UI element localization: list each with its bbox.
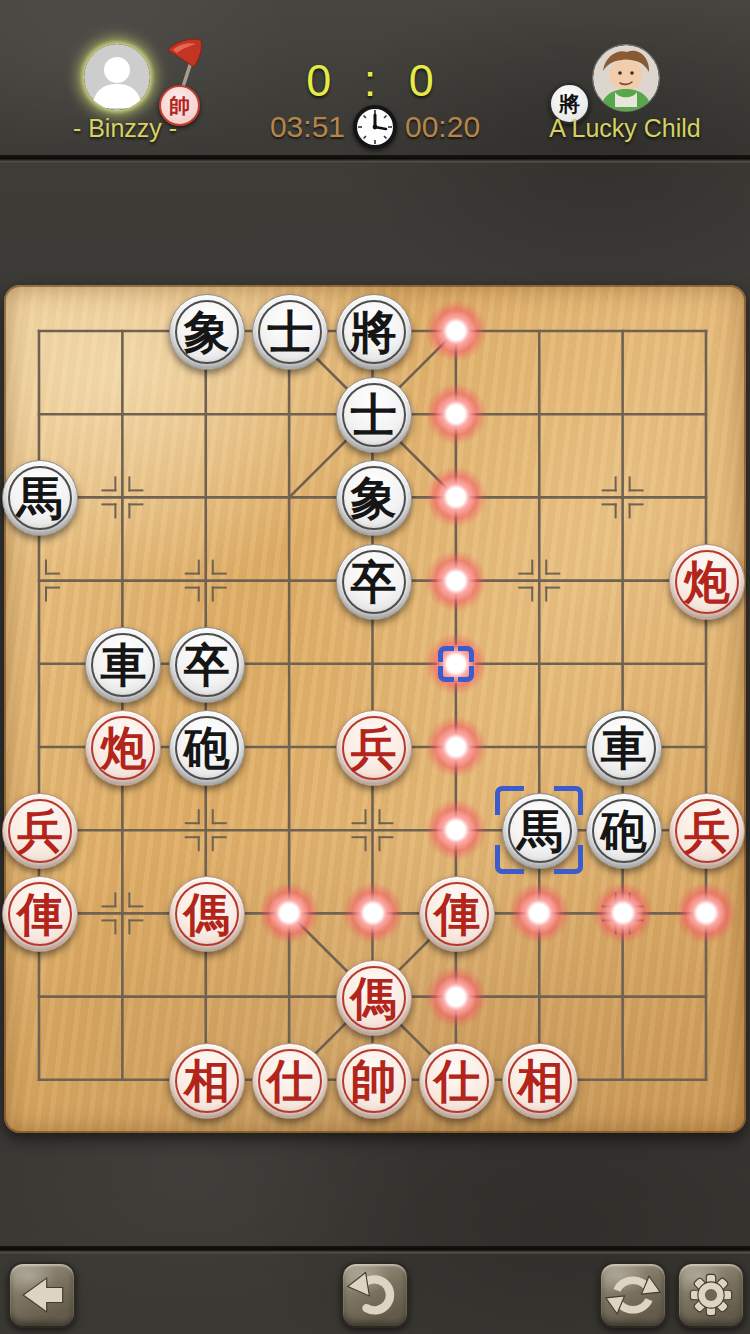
last-move-to-marker [495,786,583,874]
xiangqi-board[interactable]: 象士將士馬象卒車卒砲車馬砲炮炮兵兵兵俥傌俥傌相仕帥仕相 [4,285,746,1133]
player-left-name: - Binzzy - [0,114,250,143]
player-right-avatar[interactable] [592,44,660,112]
rotate-button[interactable] [599,1262,667,1328]
undo-arrow-icon [343,1264,407,1326]
match-score: 0 : 0 [230,55,520,107]
player-left: 帥 - Binzzy - [0,0,250,155]
back-arrow-icon [10,1264,74,1326]
player-right-name: A Lucky Child [500,114,750,143]
scoreboard: 0 : 0 03:51 [230,0,520,155]
topbar-divider [0,155,750,163]
game-screen: 帥 - Binzzy - 0 : 0 03:51 [0,0,750,1334]
toolbar-divider [0,1246,750,1254]
timers-row: 03:51 00:20 [230,104,520,150]
last-move-from-marker [438,646,474,682]
rotate-sync-icon [601,1264,665,1326]
clock-icon [352,104,398,150]
top-bar: 帥 - Binzzy - 0 : 0 03:51 [0,0,750,155]
gear-icon [679,1264,743,1326]
player-right: 將 A Lucky Child [500,0,750,155]
back-button[interactable] [8,1262,76,1328]
player-left-avatar[interactable] [84,44,150,110]
baby-avatar-image [593,45,659,111]
undo-button[interactable] [341,1262,409,1328]
player-right-timer: 00:20 [405,110,480,144]
person-silhouette-icon [84,44,150,110]
last-move-layer [4,285,746,1133]
player-left-timer: 03:51 [270,110,345,144]
settings-button[interactable] [677,1262,745,1328]
